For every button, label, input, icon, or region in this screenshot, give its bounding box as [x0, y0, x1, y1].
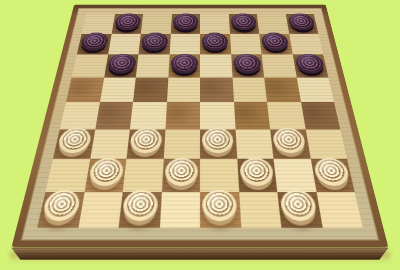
square-d6[interactable] [168, 54, 200, 77]
square-b7 [108, 33, 141, 54]
square-e7[interactable] [200, 33, 231, 54]
square-g8 [257, 14, 289, 33]
square-b4[interactable] [95, 102, 133, 129]
light-piece[interactable] [272, 128, 307, 153]
square-e3[interactable] [200, 129, 237, 159]
photo-backdrop [0, 0, 400, 270]
square-f6[interactable] [231, 54, 264, 77]
square-d2[interactable] [161, 159, 200, 192]
dark-piece[interactable] [202, 33, 229, 51]
square-f8[interactable] [228, 14, 259, 33]
dark-piece[interactable] [170, 54, 198, 74]
square-h7 [289, 33, 323, 54]
square-f4[interactable] [234, 102, 271, 129]
square-e2 [200, 159, 239, 192]
square-d8[interactable] [170, 14, 200, 33]
square-g1[interactable] [277, 192, 322, 228]
light-piece[interactable] [202, 128, 234, 153]
light-piece[interactable] [313, 158, 351, 186]
light-piece[interactable] [122, 190, 159, 221]
square-c7[interactable] [138, 33, 170, 54]
square-a7[interactable] [77, 33, 111, 54]
square-a3[interactable] [53, 129, 95, 159]
square-c6 [136, 54, 169, 77]
light-piece[interactable] [280, 190, 319, 221]
square-c4 [130, 102, 167, 129]
square-e4 [200, 102, 235, 129]
board-side-face [11, 248, 388, 260]
square-d4[interactable] [165, 102, 200, 129]
square-g3[interactable] [270, 129, 310, 159]
light-piece[interactable] [41, 190, 81, 221]
square-f3 [235, 129, 273, 159]
dark-piece[interactable] [287, 13, 315, 30]
board-grid [37, 14, 363, 228]
square-h1 [316, 192, 363, 228]
light-piece[interactable] [203, 190, 238, 221]
dark-piece[interactable] [107, 54, 137, 74]
square-h5 [296, 77, 334, 102]
square-h4[interactable] [301, 102, 341, 129]
square-d3 [163, 129, 200, 159]
square-f2[interactable] [237, 159, 278, 192]
square-b6[interactable] [104, 54, 139, 77]
square-a1[interactable] [37, 192, 84, 228]
dark-piece[interactable] [230, 13, 256, 30]
light-piece[interactable] [88, 158, 124, 186]
dark-piece[interactable] [233, 54, 262, 74]
square-b2[interactable] [84, 159, 126, 192]
square-e8 [200, 14, 230, 33]
square-g5[interactable] [264, 77, 300, 102]
square-e1[interactable] [200, 192, 241, 228]
square-e5[interactable] [200, 77, 234, 102]
square-c8 [141, 14, 172, 33]
square-a5[interactable] [66, 77, 104, 102]
square-b1 [78, 192, 123, 228]
square-b3 [90, 129, 130, 159]
square-f5 [232, 77, 267, 102]
light-piece[interactable] [164, 158, 197, 186]
light-piece[interactable] [130, 128, 163, 153]
square-d7 [169, 33, 200, 54]
square-a2 [45, 159, 89, 192]
square-h3 [305, 129, 347, 159]
square-d1 [159, 192, 200, 228]
square-c2 [123, 159, 164, 192]
checkers-board [11, 5, 388, 248]
square-a4 [60, 102, 100, 129]
dark-piece[interactable] [80, 33, 110, 51]
dark-piece[interactable] [114, 13, 141, 30]
dark-piece[interactable] [294, 54, 325, 74]
dark-piece[interactable] [261, 33, 290, 51]
square-c1[interactable] [119, 192, 162, 228]
square-e6 [200, 54, 232, 77]
dark-piece[interactable] [173, 13, 198, 30]
square-h2[interactable] [310, 159, 354, 192]
square-c5[interactable] [133, 77, 168, 102]
square-g6 [262, 54, 297, 77]
square-d5 [167, 77, 201, 102]
square-a6 [72, 54, 108, 77]
square-b5 [100, 77, 136, 102]
square-g4 [267, 102, 305, 129]
square-f7 [230, 33, 262, 54]
square-b8[interactable] [111, 14, 143, 33]
square-h6[interactable] [292, 54, 328, 77]
square-a8 [82, 14, 115, 33]
dark-piece[interactable] [141, 33, 169, 51]
light-piece[interactable] [239, 158, 274, 186]
square-g2 [274, 159, 316, 192]
board-frame [11, 5, 388, 248]
square-f1 [239, 192, 282, 228]
square-h8[interactable] [285, 14, 318, 33]
square-g7[interactable] [259, 33, 292, 54]
light-piece[interactable] [57, 128, 93, 153]
square-c3[interactable] [126, 129, 164, 159]
